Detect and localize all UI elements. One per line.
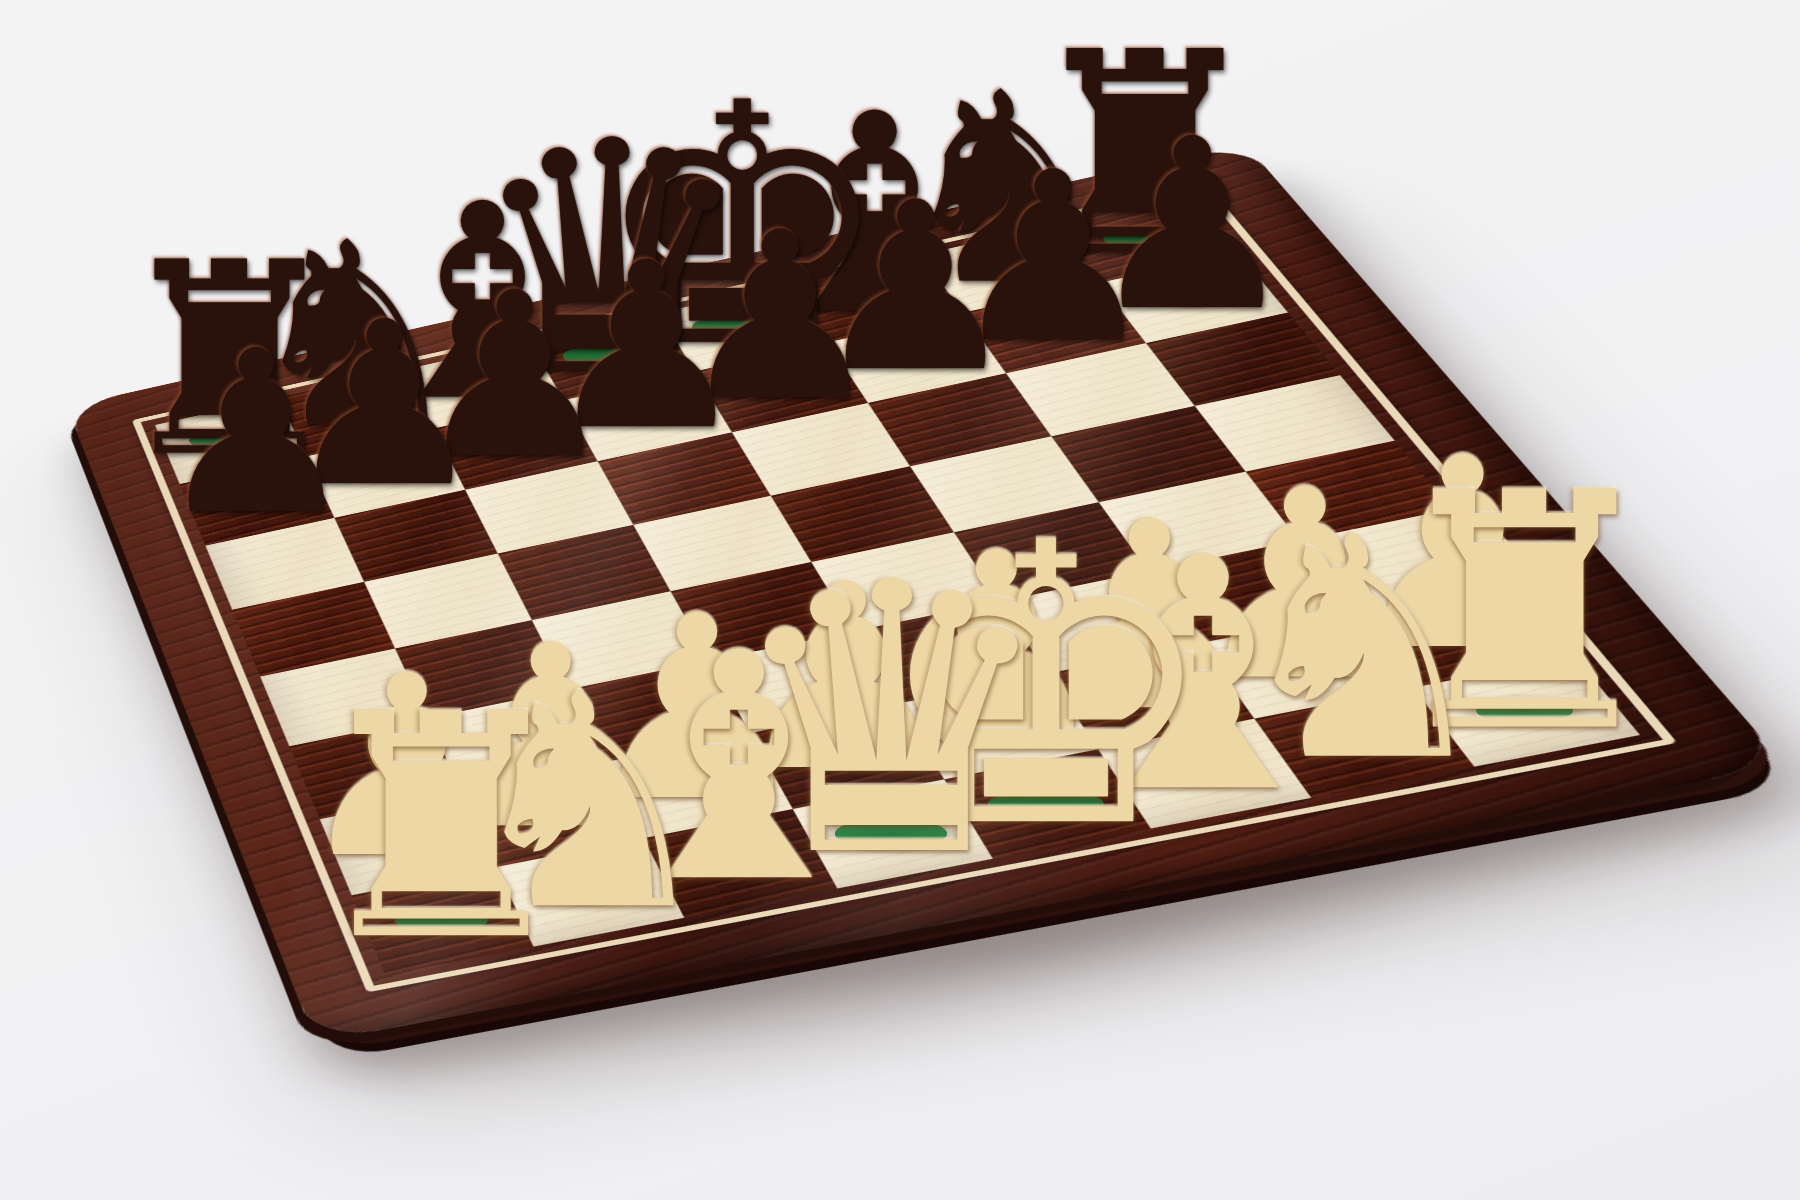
studio-background: ♜♞♝♛♚♝♞♜♟♟♟♟♟♟♟♟♟♟♟♟♟♟♟♟♜♞♝♛♚♝♞♜ <box>0 0 1800 1200</box>
